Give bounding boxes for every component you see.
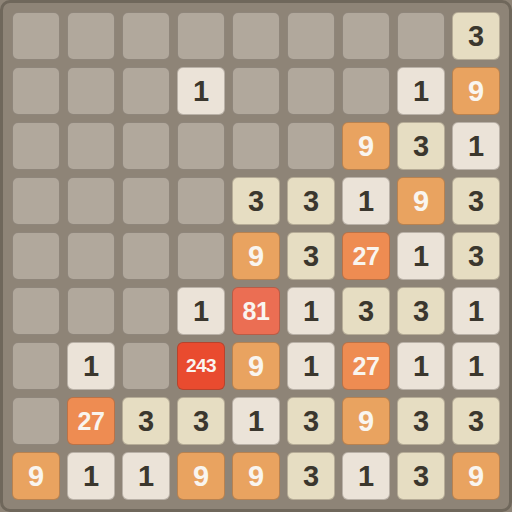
tile-1: 1 xyxy=(452,342,500,390)
empty-cell xyxy=(177,232,225,280)
tile-1: 1 xyxy=(342,177,390,225)
tile-3: 3 xyxy=(122,397,170,445)
tile-27: 27 xyxy=(342,342,390,390)
empty-cell xyxy=(12,397,60,445)
tile-3: 3 xyxy=(342,287,390,335)
tile-1: 1 xyxy=(397,67,445,115)
tile-9: 9 xyxy=(232,452,280,500)
empty-cell xyxy=(12,122,60,170)
empty-cell xyxy=(177,122,225,170)
tile-3: 3 xyxy=(287,452,335,500)
empty-cell xyxy=(177,12,225,60)
empty-cell xyxy=(177,177,225,225)
game-board[interactable]: 3119931331939327131811331124391271127331… xyxy=(0,0,512,512)
game-window: 3119931331939327131811331124391271127331… xyxy=(0,0,512,512)
tile-9: 9 xyxy=(342,397,390,445)
tile-27: 27 xyxy=(67,397,115,445)
tile-1: 1 xyxy=(177,67,225,115)
tile-3: 3 xyxy=(452,177,500,225)
tile-9: 9 xyxy=(452,452,500,500)
tile-3: 3 xyxy=(397,397,445,445)
tile-3: 3 xyxy=(287,397,335,445)
tile-3: 3 xyxy=(397,452,445,500)
tile-3: 3 xyxy=(397,122,445,170)
empty-cell xyxy=(12,67,60,115)
tile-1: 1 xyxy=(287,342,335,390)
tile-3: 3 xyxy=(232,177,280,225)
empty-cell xyxy=(12,232,60,280)
empty-cell xyxy=(122,67,170,115)
tile-9: 9 xyxy=(342,122,390,170)
empty-cell xyxy=(232,122,280,170)
empty-cell xyxy=(12,177,60,225)
tile-1: 1 xyxy=(452,287,500,335)
empty-cell xyxy=(287,12,335,60)
empty-cell xyxy=(232,12,280,60)
tile-3: 3 xyxy=(452,232,500,280)
empty-cell xyxy=(122,342,170,390)
tile-9: 9 xyxy=(452,67,500,115)
tile-3: 3 xyxy=(452,397,500,445)
empty-cell xyxy=(287,122,335,170)
empty-cell xyxy=(12,342,60,390)
empty-cell xyxy=(122,232,170,280)
empty-cell xyxy=(67,67,115,115)
tile-3: 3 xyxy=(177,397,225,445)
empty-cell xyxy=(12,12,60,60)
empty-cell xyxy=(67,12,115,60)
tile-1: 1 xyxy=(177,287,225,335)
tile-1: 1 xyxy=(122,452,170,500)
tile-1: 1 xyxy=(397,232,445,280)
tile-81: 81 xyxy=(232,287,280,335)
tile-9: 9 xyxy=(177,452,225,500)
empty-cell xyxy=(67,122,115,170)
tile-3: 3 xyxy=(452,12,500,60)
empty-cell xyxy=(342,67,390,115)
tile-1: 1 xyxy=(397,342,445,390)
tile-9: 9 xyxy=(12,452,60,500)
tile-3: 3 xyxy=(287,177,335,225)
empty-cell xyxy=(67,177,115,225)
tile-9: 9 xyxy=(232,342,280,390)
empty-cell xyxy=(122,12,170,60)
tile-243: 243 xyxy=(177,342,225,390)
tile-1: 1 xyxy=(342,452,390,500)
empty-cell xyxy=(67,232,115,280)
tile-9: 9 xyxy=(232,232,280,280)
tile-1: 1 xyxy=(232,397,280,445)
empty-cell xyxy=(397,12,445,60)
empty-cell xyxy=(122,177,170,225)
tile-27: 27 xyxy=(342,232,390,280)
tile-1: 1 xyxy=(452,122,500,170)
empty-cell xyxy=(232,67,280,115)
tile-1: 1 xyxy=(67,452,115,500)
tile-3: 3 xyxy=(397,287,445,335)
empty-cell xyxy=(12,287,60,335)
tile-1: 1 xyxy=(67,342,115,390)
tile-1: 1 xyxy=(287,287,335,335)
empty-cell xyxy=(287,67,335,115)
tile-9: 9 xyxy=(397,177,445,225)
tile-3: 3 xyxy=(287,232,335,280)
empty-cell xyxy=(342,12,390,60)
empty-cell xyxy=(122,122,170,170)
empty-cell xyxy=(67,287,115,335)
empty-cell xyxy=(122,287,170,335)
